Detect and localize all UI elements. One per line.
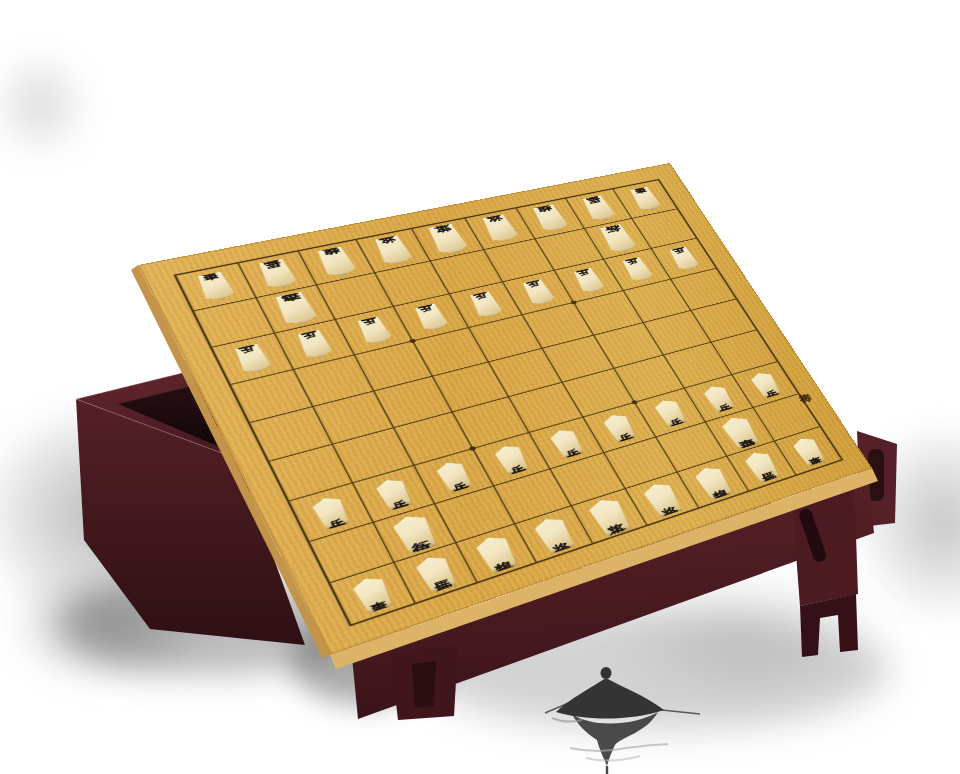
- piece-kanji: 歩兵: [424, 316, 438, 319]
- piece-kanji: 桂馬: [428, 571, 445, 577]
- piece-kanji: 王将: [601, 514, 617, 519]
- piece-kanji: 歩兵: [307, 343, 323, 347]
- piece-kanji: 香車: [803, 449, 815, 453]
- piece-kanji: 歩兵: [245, 357, 261, 361]
- piece-kanji: 金将: [493, 227, 508, 230]
- piece-kanji: 歩兵: [678, 258, 690, 261]
- piece-kanji: 桂馬: [269, 273, 285, 276]
- piece-kanji: 角行: [611, 237, 625, 240]
- piece-kanji: 香車: [208, 285, 224, 288]
- piece-kanji: 金将: [655, 497, 670, 502]
- piece-kanji: 銀将: [544, 217, 558, 220]
- piece-kanji: 歩兵: [583, 280, 596, 283]
- piece-kanji: 桂馬: [593, 207, 606, 210]
- piece-kanji: 銀将: [488, 551, 505, 557]
- piece-kanji: 歩兵: [664, 411, 677, 415]
- piece-kanji: 歩兵: [447, 474, 462, 478]
- piece-kanji: 歩兵: [632, 268, 644, 271]
- piece-kanji: 角行: [406, 530, 425, 536]
- piece-kanji: 歩兵: [713, 397, 725, 401]
- piece-kanji: 香車: [365, 591, 382, 596]
- piece-kanji: 金将: [546, 532, 562, 537]
- piece-kanji: 歩兵: [386, 492, 402, 497]
- piece-kanji: 飛車: [287, 307, 305, 311]
- piece-kanji: 歩兵: [560, 441, 574, 445]
- piece-kanji: 銀将: [706, 480, 720, 485]
- scene: 御将 香車桂馬銀将金将玉将金将銀将桂馬香車飛車角行歩兵歩兵歩兵歩兵歩兵歩兵歩兵歩…: [0, 0, 960, 774]
- piece-kanji: 金将: [386, 249, 402, 252]
- piece-kanji: 玉将: [440, 238, 456, 241]
- piece-kanji: 飛車: [733, 430, 747, 434]
- piece-kanji: 歩兵: [760, 383, 772, 386]
- piece-kanji: 歩兵: [505, 457, 519, 461]
- piece-kanji: 歩兵: [532, 291, 545, 294]
- piece-kanji: 歩兵: [323, 510, 339, 515]
- piece-kanji: 歩兵: [613, 426, 626, 430]
- boat-ink-drawing: [545, 667, 700, 774]
- piece-kanji: 桂馬: [756, 464, 769, 468]
- piece-kanji: 銀将: [328, 261, 345, 264]
- piece-kanji: 歩兵: [479, 303, 493, 306]
- piece-kanji: 香車: [640, 198, 652, 200]
- piece-kanji: 歩兵: [367, 329, 382, 332]
